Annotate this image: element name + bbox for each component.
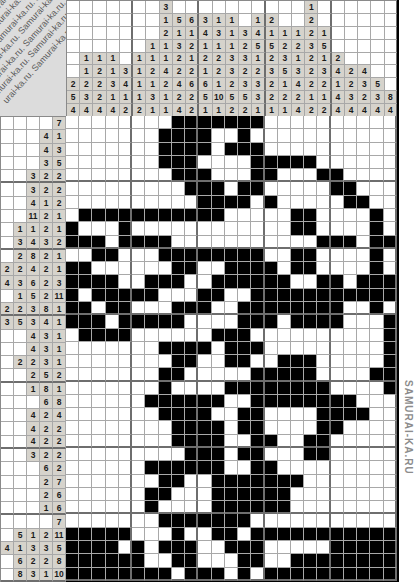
board-cell-filled[interactable] bbox=[238, 421, 251, 434]
board-cell-empty[interactable] bbox=[66, 342, 79, 355]
board-cell-empty[interactable] bbox=[278, 236, 291, 249]
board-cell-empty[interactable] bbox=[331, 196, 344, 209]
board-cell-filled[interactable] bbox=[370, 249, 383, 262]
board-cell-empty[interactable] bbox=[145, 514, 158, 527]
board-cell-empty[interactable] bbox=[384, 196, 397, 209]
board-cell-filled[interactable] bbox=[198, 302, 211, 315]
board-cell-empty[interactable] bbox=[106, 143, 119, 156]
board-cell-empty[interactable] bbox=[185, 222, 198, 235]
board-cell-filled[interactable] bbox=[238, 262, 251, 275]
board-cell-filled[interactable] bbox=[159, 236, 172, 249]
board-cell-filled[interactable] bbox=[119, 568, 132, 581]
board-cell-filled[interactable] bbox=[278, 568, 291, 581]
board-cell-filled[interactable] bbox=[185, 182, 198, 195]
board-cell-empty[interactable] bbox=[92, 368, 105, 381]
board-cell-empty[interactable] bbox=[370, 395, 383, 408]
board-cell-empty[interactable] bbox=[251, 568, 264, 581]
board-cell-empty[interactable] bbox=[225, 408, 238, 421]
board-cell-empty[interactable] bbox=[66, 488, 79, 501]
board-cell-empty[interactable] bbox=[145, 368, 158, 381]
board-cell-filled[interactable] bbox=[238, 129, 251, 142]
board-cell-empty[interactable] bbox=[106, 196, 119, 209]
board-cell-filled[interactable] bbox=[357, 408, 370, 421]
board-cell-filled[interactable] bbox=[198, 342, 211, 355]
board-cell-filled[interactable] bbox=[119, 528, 132, 541]
board-cell-empty[interactable] bbox=[212, 222, 225, 235]
board-cell-filled[interactable] bbox=[185, 262, 198, 275]
board-cell-empty[interactable] bbox=[159, 421, 172, 434]
board-cell-filled[interactable] bbox=[317, 169, 330, 182]
board-cell-empty[interactable] bbox=[132, 408, 145, 421]
board-cell-filled[interactable] bbox=[79, 209, 92, 222]
board-cell-empty[interactable] bbox=[304, 329, 317, 342]
board-cell-filled[interactable] bbox=[265, 501, 278, 514]
board-cell-empty[interactable] bbox=[66, 156, 79, 169]
board-cell-filled[interactable] bbox=[225, 528, 238, 541]
board-cell-filled[interactable] bbox=[212, 249, 225, 262]
board-cell-filled[interactable] bbox=[238, 448, 251, 461]
board-cell-empty[interactable] bbox=[66, 501, 79, 514]
board-cell-empty[interactable] bbox=[357, 129, 370, 142]
board-cell-empty[interactable] bbox=[132, 501, 145, 514]
board-cell-empty[interactable] bbox=[198, 355, 211, 368]
board-cell-empty[interactable] bbox=[238, 435, 251, 448]
board-cell-filled[interactable] bbox=[66, 222, 79, 235]
board-cell-empty[interactable] bbox=[198, 262, 211, 275]
board-cell-empty[interactable] bbox=[119, 541, 132, 554]
board-cell-filled[interactable] bbox=[225, 514, 238, 527]
board-cell-empty[interactable] bbox=[79, 421, 92, 434]
board-cell-filled[interactable] bbox=[145, 488, 158, 501]
board-cell-filled[interactable] bbox=[159, 488, 172, 501]
board-cell-empty[interactable] bbox=[159, 302, 172, 315]
board-cell-empty[interactable] bbox=[384, 501, 397, 514]
board-cell-filled[interactable] bbox=[278, 475, 291, 488]
board-cell-filled[interactable] bbox=[185, 209, 198, 222]
board-cell-empty[interactable] bbox=[119, 421, 132, 434]
board-cell-filled[interactable] bbox=[265, 156, 278, 169]
board-cell-empty[interactable] bbox=[331, 514, 344, 527]
board-cell-empty[interactable] bbox=[225, 461, 238, 474]
board-cell-empty[interactable] bbox=[159, 222, 172, 235]
board-cell-filled[interactable] bbox=[198, 182, 211, 195]
board-cell-filled[interactable] bbox=[251, 461, 264, 474]
board-cell-empty[interactable] bbox=[370, 488, 383, 501]
board-cell-filled[interactable] bbox=[172, 435, 185, 448]
board-cell-empty[interactable] bbox=[357, 382, 370, 395]
board-cell-filled[interactable] bbox=[132, 554, 145, 567]
board-cell-empty[interactable] bbox=[344, 342, 357, 355]
board-cell-empty[interactable] bbox=[92, 488, 105, 501]
board-cell-filled[interactable] bbox=[198, 116, 211, 129]
board-cell-filled[interactable] bbox=[145, 501, 158, 514]
board-cell-filled[interactable] bbox=[225, 541, 238, 554]
board-cell-filled[interactable] bbox=[370, 541, 383, 554]
board-cell-empty[interactable] bbox=[265, 448, 278, 461]
board-cell-empty[interactable] bbox=[291, 169, 304, 182]
board-cell-filled[interactable] bbox=[119, 302, 132, 315]
board-cell-empty[interactable] bbox=[66, 196, 79, 209]
board-cell-empty[interactable] bbox=[278, 182, 291, 195]
board-cell-empty[interactable] bbox=[238, 209, 251, 222]
board-cell-empty[interactable] bbox=[198, 236, 211, 249]
board-cell-filled[interactable] bbox=[159, 342, 172, 355]
board-cell-empty[interactable] bbox=[92, 222, 105, 235]
board-cell-empty[interactable] bbox=[331, 488, 344, 501]
board-cell-empty[interactable] bbox=[185, 382, 198, 395]
board-cell-empty[interactable] bbox=[198, 315, 211, 328]
board-cell-empty[interactable] bbox=[317, 156, 330, 169]
board-cell-empty[interactable] bbox=[159, 289, 172, 302]
board-cell-empty[interactable] bbox=[92, 395, 105, 408]
board-cell-empty[interactable] bbox=[317, 501, 330, 514]
board-cell-filled[interactable] bbox=[317, 302, 330, 315]
board-cell-filled[interactable] bbox=[344, 408, 357, 421]
board-cell-filled[interactable] bbox=[172, 342, 185, 355]
board-cell-empty[interactable] bbox=[79, 488, 92, 501]
board-cell-empty[interactable] bbox=[331, 262, 344, 275]
board-cell-empty[interactable] bbox=[198, 528, 211, 541]
board-cell-empty[interactable] bbox=[384, 156, 397, 169]
board-cell-empty[interactable] bbox=[212, 368, 225, 381]
board-cell-empty[interactable] bbox=[92, 129, 105, 142]
board-cell-filled[interactable] bbox=[172, 129, 185, 142]
board-cell-empty[interactable] bbox=[119, 368, 132, 381]
board-cell-empty[interactable] bbox=[172, 329, 185, 342]
board-cell-empty[interactable] bbox=[370, 435, 383, 448]
board-cell-filled[interactable] bbox=[344, 541, 357, 554]
board-cell-filled[interactable] bbox=[291, 355, 304, 368]
board-cell-filled[interactable] bbox=[251, 408, 264, 421]
board-cell-empty[interactable] bbox=[291, 342, 304, 355]
board-cell-empty[interactable] bbox=[278, 209, 291, 222]
board-cell-filled[interactable] bbox=[265, 395, 278, 408]
board-cell-filled[interactable] bbox=[251, 116, 264, 129]
board-cell-empty[interactable] bbox=[198, 368, 211, 381]
board-cell-empty[interactable] bbox=[225, 236, 238, 249]
board-cell-filled[interactable] bbox=[357, 541, 370, 554]
board-cell-empty[interactable] bbox=[265, 421, 278, 434]
board-cell-empty[interactable] bbox=[159, 435, 172, 448]
board-cell-empty[interactable] bbox=[357, 329, 370, 342]
board-cell-empty[interactable] bbox=[79, 129, 92, 142]
board-cell-empty[interactable] bbox=[278, 143, 291, 156]
board-cell-empty[interactable] bbox=[317, 461, 330, 474]
board-cell-empty[interactable] bbox=[172, 501, 185, 514]
board-cell-filled[interactable] bbox=[225, 382, 238, 395]
board-cell-filled[interactable] bbox=[212, 528, 225, 541]
board-cell-empty[interactable] bbox=[291, 196, 304, 209]
board-cell-empty[interactable] bbox=[251, 355, 264, 368]
board-cell-empty[interactable] bbox=[370, 196, 383, 209]
board-cell-empty[interactable] bbox=[92, 355, 105, 368]
board-cell-empty[interactable] bbox=[66, 169, 79, 182]
board-cell-empty[interactable] bbox=[384, 249, 397, 262]
board-cell-empty[interactable] bbox=[357, 448, 370, 461]
board-cell-filled[interactable] bbox=[304, 222, 317, 235]
board-cell-empty[interactable] bbox=[92, 342, 105, 355]
board-cell-empty[interactable] bbox=[212, 355, 225, 368]
board-cell-filled[interactable] bbox=[172, 541, 185, 554]
board-cell-empty[interactable] bbox=[331, 329, 344, 342]
board-cell-filled[interactable] bbox=[92, 329, 105, 342]
board-cell-empty[interactable] bbox=[357, 395, 370, 408]
board-cell-empty[interactable] bbox=[357, 143, 370, 156]
board-cell-filled[interactable] bbox=[304, 382, 317, 395]
board-cell-empty[interactable] bbox=[79, 222, 92, 235]
board-cell-empty[interactable] bbox=[291, 182, 304, 195]
board-cell-empty[interactable] bbox=[317, 514, 330, 527]
board-cell-empty[interactable] bbox=[145, 156, 158, 169]
board-cell-filled[interactable] bbox=[251, 448, 264, 461]
board-cell-empty[interactable] bbox=[357, 116, 370, 129]
board-cell-empty[interactable] bbox=[344, 448, 357, 461]
board-cell-filled[interactable] bbox=[370, 262, 383, 275]
board-cell-filled[interactable] bbox=[225, 329, 238, 342]
board-cell-filled[interactable] bbox=[304, 435, 317, 448]
board-cell-filled[interactable] bbox=[66, 302, 79, 315]
board-cell-empty[interactable] bbox=[384, 461, 397, 474]
board-cell-empty[interactable] bbox=[212, 169, 225, 182]
board-cell-empty[interactable] bbox=[225, 421, 238, 434]
board-cell-empty[interactable] bbox=[317, 488, 330, 501]
board-cell-empty[interactable] bbox=[251, 196, 264, 209]
board-cell-filled[interactable] bbox=[331, 182, 344, 195]
board-cell-empty[interactable] bbox=[265, 182, 278, 195]
board-cell-empty[interactable] bbox=[145, 528, 158, 541]
board-cell-filled[interactable] bbox=[304, 554, 317, 567]
board-cell-filled[interactable] bbox=[185, 143, 198, 156]
board-cell-empty[interactable] bbox=[331, 116, 344, 129]
board-cell-empty[interactable] bbox=[172, 182, 185, 195]
board-cell-empty[interactable] bbox=[331, 249, 344, 262]
board-cell-filled[interactable] bbox=[159, 209, 172, 222]
board-cell-filled[interactable] bbox=[172, 421, 185, 434]
board-cell-filled[interactable] bbox=[265, 262, 278, 275]
board-cell-empty[interactable] bbox=[145, 329, 158, 342]
board-cell-empty[interactable] bbox=[79, 501, 92, 514]
board-cell-filled[interactable] bbox=[238, 408, 251, 421]
board-cell-filled[interactable] bbox=[79, 262, 92, 275]
board-cell-filled[interactable] bbox=[92, 541, 105, 554]
board-cell-empty[interactable] bbox=[331, 355, 344, 368]
board-cell-filled[interactable] bbox=[251, 501, 264, 514]
board-cell-empty[interactable] bbox=[317, 182, 330, 195]
board-cell-empty[interactable] bbox=[344, 249, 357, 262]
board-cell-empty[interactable] bbox=[225, 129, 238, 142]
board-cell-filled[interactable] bbox=[66, 315, 79, 328]
board-cell-empty[interactable] bbox=[225, 289, 238, 302]
board-cell-filled[interactable] bbox=[212, 116, 225, 129]
board-cell-empty[interactable] bbox=[357, 421, 370, 434]
board-cell-filled[interactable] bbox=[145, 315, 158, 328]
board-cell-empty[interactable] bbox=[384, 475, 397, 488]
board-cell-filled[interactable] bbox=[198, 461, 211, 474]
board-cell-filled[interactable] bbox=[185, 568, 198, 581]
board-cell-empty[interactable] bbox=[92, 421, 105, 434]
board-cell-filled[interactable] bbox=[317, 289, 330, 302]
board-cell-filled[interactable] bbox=[92, 289, 105, 302]
board-cell-filled[interactable] bbox=[384, 368, 397, 381]
board-cell-empty[interactable] bbox=[331, 156, 344, 169]
board-cell-empty[interactable] bbox=[185, 289, 198, 302]
board-cell-empty[interactable] bbox=[317, 541, 330, 554]
board-cell-empty[interactable] bbox=[145, 302, 158, 315]
board-cell-filled[interactable] bbox=[238, 329, 251, 342]
board-cell-filled[interactable] bbox=[212, 514, 225, 527]
board-cell-filled[interactable] bbox=[278, 382, 291, 395]
board-cell-filled[interactable] bbox=[132, 541, 145, 554]
board-cell-filled[interactable] bbox=[265, 488, 278, 501]
board-cell-filled[interactable] bbox=[357, 289, 370, 302]
board-cell-filled[interactable] bbox=[172, 249, 185, 262]
board-cell-empty[interactable] bbox=[238, 169, 251, 182]
board-cell-empty[interactable] bbox=[304, 541, 317, 554]
board-cell-empty[interactable] bbox=[185, 368, 198, 381]
board-cell-empty[interactable] bbox=[66, 368, 79, 381]
board-cell-empty[interactable] bbox=[159, 528, 172, 541]
board-cell-filled[interactable] bbox=[331, 408, 344, 421]
board-cell-empty[interactable] bbox=[317, 249, 330, 262]
board-cell-empty[interactable] bbox=[145, 408, 158, 421]
board-cell-filled[interactable] bbox=[172, 209, 185, 222]
board-cell-filled[interactable] bbox=[344, 568, 357, 581]
board-cell-empty[interactable] bbox=[106, 395, 119, 408]
board-cell-filled[interactable] bbox=[344, 289, 357, 302]
board-cell-filled[interactable] bbox=[331, 568, 344, 581]
board-cell-empty[interactable] bbox=[159, 329, 172, 342]
board-cell-filled[interactable] bbox=[198, 408, 211, 421]
board-cell-filled[interactable] bbox=[265, 302, 278, 315]
board-cell-empty[interactable] bbox=[384, 222, 397, 235]
board-cell-empty[interactable] bbox=[145, 541, 158, 554]
board-cell-empty[interactable] bbox=[344, 302, 357, 315]
board-cell-empty[interactable] bbox=[357, 236, 370, 249]
board-cell-filled[interactable] bbox=[145, 395, 158, 408]
board-cell-filled[interactable] bbox=[198, 129, 211, 142]
board-cell-empty[interactable] bbox=[344, 116, 357, 129]
board-cell-filled[interactable] bbox=[384, 275, 397, 288]
board-cell-filled[interactable] bbox=[384, 568, 397, 581]
board-cell-filled[interactable] bbox=[370, 554, 383, 567]
board-cell-filled[interactable] bbox=[384, 554, 397, 567]
board-cell-empty[interactable] bbox=[145, 382, 158, 395]
board-cell-empty[interactable] bbox=[357, 475, 370, 488]
board-cell-empty[interactable] bbox=[198, 382, 211, 395]
board-cell-empty[interactable] bbox=[251, 329, 264, 342]
board-cell-empty[interactable] bbox=[370, 156, 383, 169]
board-cell-empty[interactable] bbox=[119, 116, 132, 129]
board-cell-empty[interactable] bbox=[79, 196, 92, 209]
board-cell-empty[interactable] bbox=[291, 461, 304, 474]
board-cell-empty[interactable] bbox=[291, 236, 304, 249]
board-cell-filled[interactable] bbox=[265, 475, 278, 488]
board-cell-empty[interactable] bbox=[344, 329, 357, 342]
board-cell-empty[interactable] bbox=[198, 156, 211, 169]
board-cell-filled[interactable] bbox=[66, 275, 79, 288]
board-cell-empty[interactable] bbox=[79, 355, 92, 368]
board-cell-filled[interactable] bbox=[172, 475, 185, 488]
board-cell-filled[interactable] bbox=[92, 249, 105, 262]
board-cell-empty[interactable] bbox=[145, 355, 158, 368]
board-cell-empty[interactable] bbox=[304, 116, 317, 129]
board-cell-empty[interactable] bbox=[331, 222, 344, 235]
board-cell-empty[interactable] bbox=[185, 501, 198, 514]
board-cell-empty[interactable] bbox=[291, 435, 304, 448]
board-cell-filled[interactable] bbox=[251, 421, 264, 434]
board-cell-empty[interactable] bbox=[132, 342, 145, 355]
board-cell-filled[interactable] bbox=[251, 528, 264, 541]
board-cell-filled[interactable] bbox=[251, 395, 264, 408]
board-cell-filled[interactable] bbox=[265, 289, 278, 302]
board-cell-empty[interactable] bbox=[278, 541, 291, 554]
board-cell-filled[interactable] bbox=[291, 249, 304, 262]
board-cell-filled[interactable] bbox=[212, 568, 225, 581]
board-cell-filled[interactable] bbox=[291, 554, 304, 567]
board-cell-filled[interactable] bbox=[304, 368, 317, 381]
board-cell-empty[interactable] bbox=[119, 475, 132, 488]
board-cell-filled[interactable] bbox=[172, 368, 185, 381]
board-cell-empty[interactable] bbox=[66, 182, 79, 195]
board-cell-empty[interactable] bbox=[132, 302, 145, 315]
board-cell-empty[interactable] bbox=[331, 382, 344, 395]
board-cell-empty[interactable] bbox=[106, 169, 119, 182]
board-cell-empty[interactable] bbox=[79, 116, 92, 129]
board-cell-filled[interactable] bbox=[331, 554, 344, 567]
board-cell-empty[interactable] bbox=[384, 448, 397, 461]
board-cell-empty[interactable] bbox=[132, 116, 145, 129]
board-cell-empty[interactable] bbox=[212, 236, 225, 249]
board-cell-empty[interactable] bbox=[265, 355, 278, 368]
board-cell-empty[interactable] bbox=[317, 368, 330, 381]
board-cell-empty[interactable] bbox=[106, 156, 119, 169]
board-cell-empty[interactable] bbox=[265, 209, 278, 222]
board-cell-empty[interactable] bbox=[119, 408, 132, 421]
board-cell-empty[interactable] bbox=[79, 156, 92, 169]
board-cell-empty[interactable] bbox=[119, 395, 132, 408]
board-cell-empty[interactable] bbox=[145, 196, 158, 209]
board-cell-filled[interactable] bbox=[92, 554, 105, 567]
board-cell-filled[interactable] bbox=[132, 289, 145, 302]
board-cell-empty[interactable] bbox=[106, 501, 119, 514]
board-cell-empty[interactable] bbox=[106, 368, 119, 381]
board-cell-filled[interactable] bbox=[265, 315, 278, 328]
board-cell-empty[interactable] bbox=[132, 329, 145, 342]
board-cell-filled[interactable] bbox=[172, 116, 185, 129]
board-cell-filled[interactable] bbox=[159, 368, 172, 381]
board-cell-empty[interactable] bbox=[265, 143, 278, 156]
board-cell-empty[interactable] bbox=[145, 249, 158, 262]
board-cell-empty[interactable] bbox=[145, 448, 158, 461]
board-cell-filled[interactable] bbox=[198, 143, 211, 156]
board-cell-filled[interactable] bbox=[265, 169, 278, 182]
board-cell-empty[interactable] bbox=[172, 382, 185, 395]
board-cell-empty[interactable] bbox=[384, 302, 397, 315]
board-cell-filled[interactable] bbox=[331, 541, 344, 554]
board-cell-empty[interactable] bbox=[198, 222, 211, 235]
board-cell-empty[interactable] bbox=[185, 329, 198, 342]
board-cell-empty[interactable] bbox=[331, 461, 344, 474]
board-cell-empty[interactable] bbox=[92, 182, 105, 195]
board-cell-filled[interactable] bbox=[331, 315, 344, 328]
board-cell-empty[interactable] bbox=[331, 501, 344, 514]
board-cell-empty[interactable] bbox=[344, 209, 357, 222]
board-cell-filled[interactable] bbox=[304, 302, 317, 315]
board-cell-filled[interactable] bbox=[278, 501, 291, 514]
board-cell-filled[interactable] bbox=[198, 395, 211, 408]
board-cell-filled[interactable] bbox=[238, 116, 251, 129]
board-cell-empty[interactable] bbox=[79, 368, 92, 381]
